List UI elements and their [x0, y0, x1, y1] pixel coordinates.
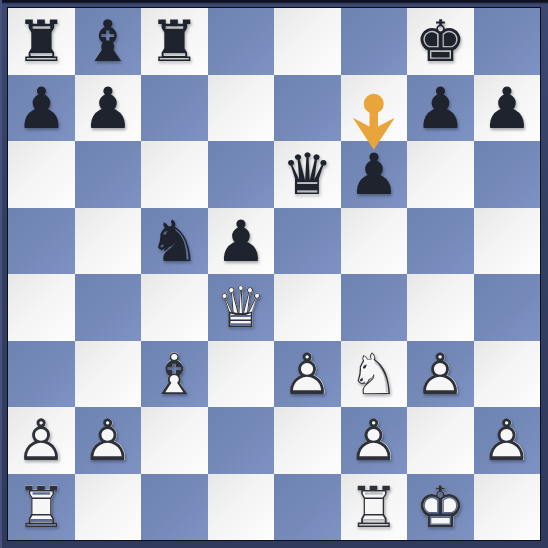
square-g1[interactable]: ♚♔	[407, 474, 474, 541]
square-a2[interactable]: ♟♙	[8, 407, 75, 474]
piece-black-bishop[interactable]: ♝	[75, 8, 142, 75]
piece-glyph: ♟	[208, 208, 275, 275]
square-a8[interactable]: ♜	[8, 8, 75, 75]
piece-black-pawn[interactable]: ♟	[341, 141, 408, 208]
square-e4[interactable]	[274, 274, 341, 341]
piece-glyph: ♚	[407, 8, 474, 75]
square-h1[interactable]	[474, 474, 541, 541]
piece-black-pawn[interactable]: ♟	[474, 75, 541, 142]
square-c6[interactable]	[141, 141, 208, 208]
square-a5[interactable]	[8, 208, 75, 275]
square-f6[interactable]: ♟	[341, 141, 408, 208]
square-f7[interactable]	[341, 75, 408, 142]
piece-glyph: ♜	[8, 8, 75, 75]
square-f2[interactable]: ♟♙	[341, 407, 408, 474]
square-b7[interactable]: ♟	[75, 75, 142, 142]
piece-white-king[interactable]: ♚♔	[407, 474, 474, 541]
square-b6[interactable]	[75, 141, 142, 208]
piece-black-knight[interactable]: ♞	[141, 208, 208, 275]
square-f3[interactable]: ♞♘	[341, 341, 408, 408]
square-g7[interactable]: ♟	[407, 75, 474, 142]
piece-glyph: ♟	[407, 75, 474, 142]
piece-outline: ♖	[341, 474, 408, 541]
piece-glyph: ♛	[274, 141, 341, 208]
square-g2[interactable]	[407, 407, 474, 474]
board-frame: ♜♝♜♚♟♟♟♟♛♟♞♟♛♕♝♗♟♙♞♘♟♙♟♙♟♙♟♙♟♙♜♖♜♖♚♔	[0, 0, 548, 548]
piece-black-king[interactable]: ♚	[407, 8, 474, 75]
square-f8[interactable]	[341, 8, 408, 75]
piece-outline: ♔	[407, 474, 474, 541]
square-g6[interactable]	[407, 141, 474, 208]
piece-outline: ♖	[8, 474, 75, 541]
square-b1[interactable]	[75, 474, 142, 541]
square-e8[interactable]	[274, 8, 341, 75]
square-d5[interactable]: ♟	[208, 208, 275, 275]
piece-outline: ♕	[208, 274, 275, 341]
square-h3[interactable]	[474, 341, 541, 408]
piece-outline: ♙	[407, 341, 474, 408]
square-d8[interactable]	[208, 8, 275, 75]
square-g3[interactable]: ♟♙	[407, 341, 474, 408]
piece-outline: ♙	[474, 407, 541, 474]
piece-white-pawn[interactable]: ♟♙	[407, 341, 474, 408]
square-f1[interactable]: ♜♖	[341, 474, 408, 541]
square-e3[interactable]: ♟♙	[274, 341, 341, 408]
square-a3[interactable]	[8, 341, 75, 408]
square-c5[interactable]: ♞	[141, 208, 208, 275]
square-h5[interactable]	[474, 208, 541, 275]
square-h2[interactable]: ♟♙	[474, 407, 541, 474]
square-g5[interactable]	[407, 208, 474, 275]
square-d2[interactable]	[208, 407, 275, 474]
piece-glyph: ♟	[8, 75, 75, 142]
piece-outline: ♙	[274, 341, 341, 408]
piece-glyph: ♟	[474, 75, 541, 142]
square-c3[interactable]: ♝♗	[141, 341, 208, 408]
square-b2[interactable]: ♟♙	[75, 407, 142, 474]
piece-black-queen[interactable]: ♛	[274, 141, 341, 208]
piece-glyph: ♟	[75, 75, 142, 142]
piece-outline: ♗	[141, 341, 208, 408]
piece-white-pawn[interactable]: ♟♙	[274, 341, 341, 408]
square-c2[interactable]	[141, 407, 208, 474]
square-d3[interactable]	[208, 341, 275, 408]
square-f4[interactable]	[341, 274, 408, 341]
piece-glyph: ♜	[141, 8, 208, 75]
square-c1[interactable]	[141, 474, 208, 541]
square-a1[interactable]: ♜♖	[8, 474, 75, 541]
piece-black-pawn[interactable]: ♟	[75, 75, 142, 142]
piece-outline: ♙	[75, 407, 142, 474]
piece-glyph: ♟	[341, 141, 408, 208]
square-d4[interactable]: ♛♕	[208, 274, 275, 341]
square-e5[interactable]	[274, 208, 341, 275]
square-b4[interactable]	[75, 274, 142, 341]
piece-black-pawn[interactable]: ♟	[8, 75, 75, 142]
square-h8[interactable]	[474, 8, 541, 75]
square-e6[interactable]: ♛	[274, 141, 341, 208]
piece-white-pawn[interactable]: ♟♙	[341, 407, 408, 474]
piece-black-pawn[interactable]: ♟	[208, 208, 275, 275]
square-g4[interactable]	[407, 274, 474, 341]
square-e1[interactable]	[274, 474, 341, 541]
square-g8[interactable]: ♚	[407, 8, 474, 75]
square-h4[interactable]	[474, 274, 541, 341]
square-e2[interactable]	[274, 407, 341, 474]
square-d6[interactable]	[208, 141, 275, 208]
square-a6[interactable]	[8, 141, 75, 208]
square-e7[interactable]	[274, 75, 341, 142]
square-f5[interactable]	[341, 208, 408, 275]
square-b8[interactable]: ♝	[75, 8, 142, 75]
piece-outline: ♙	[8, 407, 75, 474]
piece-glyph: ♞	[141, 208, 208, 275]
piece-white-pawn[interactable]: ♟♙	[8, 407, 75, 474]
piece-white-knight[interactable]: ♞♘	[341, 341, 408, 408]
piece-black-rook[interactable]: ♜	[8, 8, 75, 75]
piece-black-rook[interactable]: ♜	[141, 8, 208, 75]
square-c4[interactable]	[141, 274, 208, 341]
square-c8[interactable]: ♜	[141, 8, 208, 75]
piece-outline: ♙	[341, 407, 408, 474]
square-c7[interactable]	[141, 75, 208, 142]
piece-white-pawn[interactable]: ♟♙	[75, 407, 142, 474]
square-a4[interactable]	[8, 274, 75, 341]
chess-board: ♜♝♜♚♟♟♟♟♛♟♞♟♛♕♝♗♟♙♞♘♟♙♟♙♟♙♟♙♟♙♜♖♜♖♚♔	[8, 8, 540, 540]
piece-white-rook[interactable]: ♜♖	[341, 474, 408, 541]
square-b3[interactable]	[75, 341, 142, 408]
square-d1[interactable]	[208, 474, 275, 541]
square-b5[interactable]	[75, 208, 142, 275]
piece-glyph: ♝	[75, 8, 142, 75]
piece-white-queen[interactable]: ♛♕	[208, 274, 275, 341]
piece-white-rook[interactable]: ♜♖	[8, 474, 75, 541]
square-h7[interactable]: ♟	[474, 75, 541, 142]
square-d7[interactable]	[208, 75, 275, 142]
square-a7[interactable]: ♟	[8, 75, 75, 142]
piece-black-pawn[interactable]: ♟	[407, 75, 474, 142]
piece-outline: ♘	[341, 341, 408, 408]
square-h6[interactable]	[474, 141, 541, 208]
piece-white-bishop[interactable]: ♝♗	[141, 341, 208, 408]
piece-white-pawn[interactable]: ♟♙	[474, 407, 541, 474]
